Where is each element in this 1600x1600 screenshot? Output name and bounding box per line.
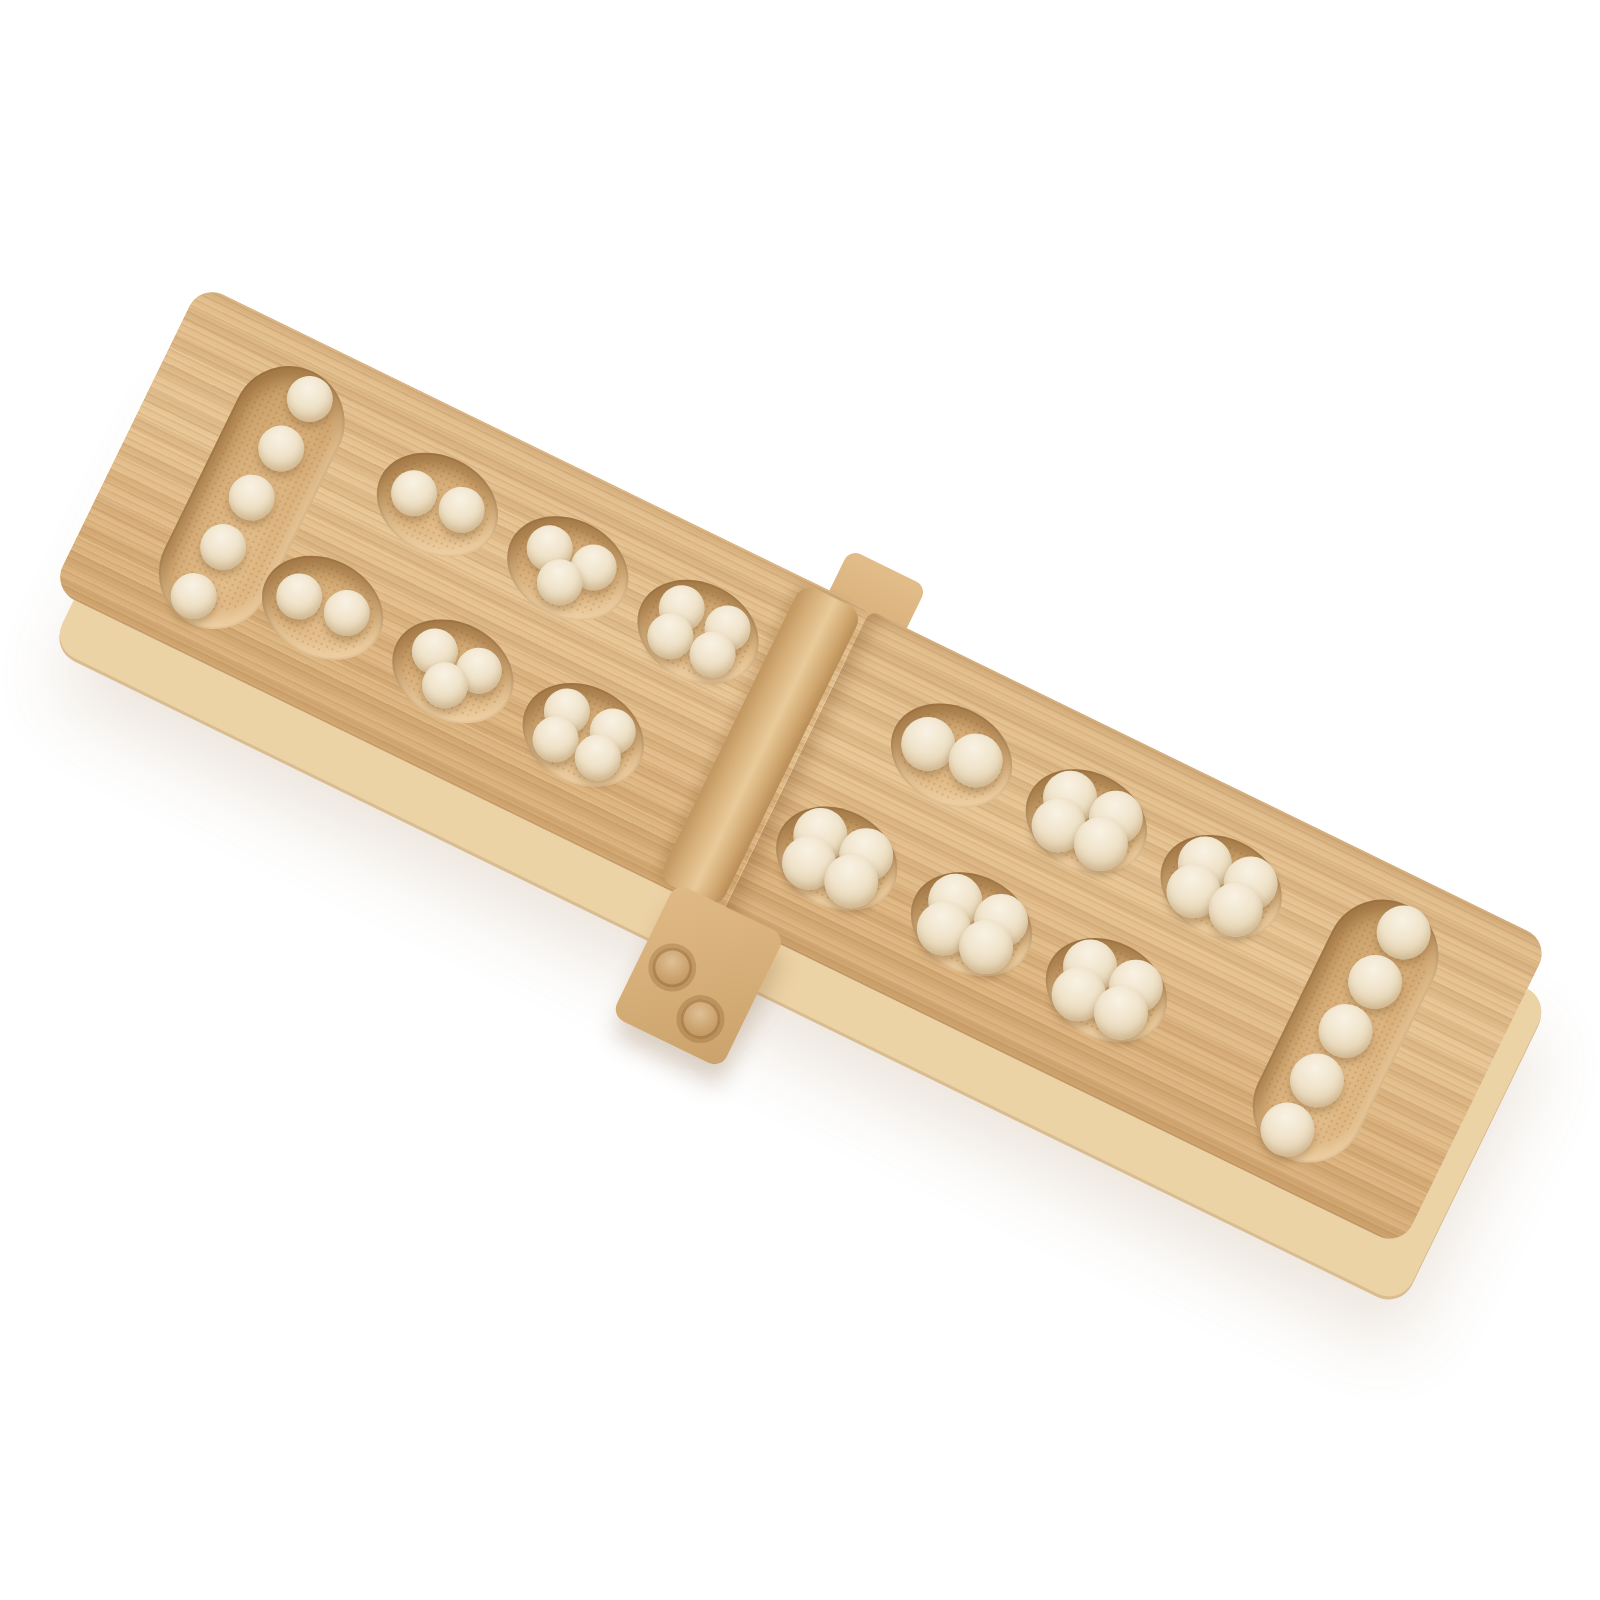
seed-ball [221, 467, 283, 529]
board-left-half [51, 283, 870, 915]
pit-south-5[interactable] [893, 853, 1049, 996]
seed-ball [279, 368, 341, 430]
seed-ball [316, 582, 378, 644]
pit-north-4[interactable] [873, 684, 1029, 827]
pit-north-6[interactable] [1143, 815, 1299, 958]
mancala-board [51, 283, 1548, 1246]
seed-ball [192, 516, 254, 578]
pit-south-3[interactable] [505, 663, 661, 806]
seed-ball [268, 566, 330, 628]
hinge-dowel-icon [646, 941, 699, 994]
product-photo-scene: Overhead product photo of a folding bamb… [0, 0, 1600, 1600]
pit-south-4[interactable] [759, 787, 915, 930]
pit-north-5[interactable] [1008, 750, 1164, 893]
hinge-dowel-icon [674, 992, 727, 1045]
pit-south-2[interactable] [375, 600, 531, 743]
pit-north-1[interactable] [359, 433, 515, 576]
seed-ball [163, 565, 225, 627]
seed-ball [250, 418, 312, 480]
pit-south-6[interactable] [1028, 918, 1184, 1061]
seed-ball [383, 463, 445, 525]
pit-north-2[interactable] [490, 497, 646, 640]
board-right-half [721, 610, 1550, 1247]
seed-ball [431, 479, 493, 541]
